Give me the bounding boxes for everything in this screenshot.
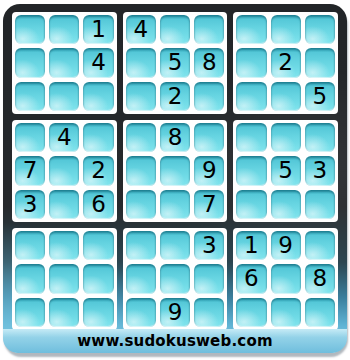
- cell-r4c9[interactable]: [305, 123, 335, 152]
- cell-r8c8[interactable]: [271, 264, 301, 293]
- cell-r4c2[interactable]: 4: [49, 123, 79, 152]
- cell-r9c5[interactable]: 9: [160, 298, 190, 327]
- cell-r5c1[interactable]: 7: [15, 156, 45, 185]
- cell-r6c1[interactable]: 3: [15, 190, 45, 219]
- cell-r1c7[interactable]: [236, 15, 266, 44]
- cell-r3c4[interactable]: [126, 82, 156, 111]
- cell-r9c6[interactable]: [194, 298, 224, 327]
- cell-r3c7[interactable]: [236, 82, 266, 111]
- cell-r2c6[interactable]: 8: [194, 48, 224, 77]
- cell-r4c4[interactable]: [126, 123, 156, 152]
- cell-r7c5[interactable]: [160, 231, 190, 260]
- cell-r7c8[interactable]: 9: [271, 231, 301, 260]
- cell-r9c1[interactable]: [15, 298, 45, 327]
- block-3-3: 1968: [233, 228, 338, 330]
- cell-r7c7[interactable]: 1: [236, 231, 266, 260]
- block-2-2: 897: [123, 120, 228, 222]
- cell-r5c6[interactable]: 9: [194, 156, 224, 185]
- cell-r9c8[interactable]: [271, 298, 301, 327]
- cell-r8c5[interactable]: [160, 264, 190, 293]
- cell-r1c3[interactable]: 1: [83, 15, 113, 44]
- cell-r7c9[interactable]: [305, 231, 335, 260]
- cell-r8c4[interactable]: [126, 264, 156, 293]
- cell-r1c2[interactable]: [49, 15, 79, 44]
- cell-r2c2[interactable]: [49, 48, 79, 77]
- cell-r6c2[interactable]: [49, 190, 79, 219]
- cell-r6c9[interactable]: [305, 190, 335, 219]
- block-3-1: [12, 228, 117, 330]
- cell-r6c4[interactable]: [126, 190, 156, 219]
- cell-r2c8[interactable]: 2: [271, 48, 301, 77]
- cell-r4c3[interactable]: [83, 123, 113, 152]
- cell-r6c8[interactable]: [271, 190, 301, 219]
- cell-r6c3[interactable]: 6: [83, 190, 113, 219]
- cell-r6c6[interactable]: 7: [194, 190, 224, 219]
- cell-r5c3[interactable]: 2: [83, 156, 113, 185]
- cell-r8c2[interactable]: [49, 264, 79, 293]
- cell-r7c4[interactable]: [126, 231, 156, 260]
- cell-r7c1[interactable]: [15, 231, 45, 260]
- sudoku-grid: 144582254723689753391968: [12, 12, 338, 330]
- cell-r7c2[interactable]: [49, 231, 79, 260]
- cell-r9c7[interactable]: [236, 298, 266, 327]
- block-1-2: 4582: [123, 12, 228, 114]
- cell-r2c5[interactable]: 5: [160, 48, 190, 77]
- cell-r5c4[interactable]: [126, 156, 156, 185]
- cell-r9c2[interactable]: [49, 298, 79, 327]
- cell-r5c2[interactable]: [49, 156, 79, 185]
- cell-r3c1[interactable]: [15, 82, 45, 111]
- block-3-2: 39: [123, 228, 228, 330]
- cell-r4c1[interactable]: [15, 123, 45, 152]
- block-1-1: 14: [12, 12, 117, 114]
- cell-r7c3[interactable]: [83, 231, 113, 260]
- cell-r1c6[interactable]: [194, 15, 224, 44]
- cell-r9c4[interactable]: [126, 298, 156, 327]
- cell-r2c7[interactable]: [236, 48, 266, 77]
- cell-r3c5[interactable]: 2: [160, 82, 190, 111]
- cell-r3c9[interactable]: 5: [305, 82, 335, 111]
- block-1-3: 25: [233, 12, 338, 114]
- cell-r1c1[interactable]: [15, 15, 45, 44]
- page: 144582254723689753391968 www.sudokusweb.…: [0, 0, 350, 360]
- cell-r6c7[interactable]: [236, 190, 266, 219]
- cell-r2c9[interactable]: [305, 48, 335, 77]
- cell-r5c9[interactable]: 3: [305, 156, 335, 185]
- cell-r6c5[interactable]: [160, 190, 190, 219]
- cell-r4c5[interactable]: 8: [160, 123, 190, 152]
- block-2-3: 53: [233, 120, 338, 222]
- sudoku-board-frame: 144582254723689753391968 www.sudokusweb.…: [3, 4, 347, 353]
- cell-r7c6[interactable]: 3: [194, 231, 224, 260]
- cell-r9c3[interactable]: [83, 298, 113, 327]
- cell-r3c6[interactable]: [194, 82, 224, 111]
- cell-r2c1[interactable]: [15, 48, 45, 77]
- cell-r2c4[interactable]: [126, 48, 156, 77]
- site-url[interactable]: www.sudokusweb.com: [77, 332, 272, 350]
- cell-r8c3[interactable]: [83, 264, 113, 293]
- footer-bar: www.sudokusweb.com: [3, 329, 347, 353]
- cell-r1c4[interactable]: 4: [126, 15, 156, 44]
- cell-r1c8[interactable]: [271, 15, 301, 44]
- cell-r3c8[interactable]: [271, 82, 301, 111]
- cell-r2c3[interactable]: 4: [83, 48, 113, 77]
- cell-r8c9[interactable]: 8: [305, 264, 335, 293]
- cell-r9c9[interactable]: [305, 298, 335, 327]
- cell-r4c6[interactable]: [194, 123, 224, 152]
- cell-r8c7[interactable]: 6: [236, 264, 266, 293]
- cell-r4c7[interactable]: [236, 123, 266, 152]
- cell-r5c5[interactable]: [160, 156, 190, 185]
- cell-r1c5[interactable]: [160, 15, 190, 44]
- cell-r3c3[interactable]: [83, 82, 113, 111]
- cell-r3c2[interactable]: [49, 82, 79, 111]
- cell-r8c1[interactable]: [15, 264, 45, 293]
- cell-r1c9[interactable]: [305, 15, 335, 44]
- cell-r5c7[interactable]: [236, 156, 266, 185]
- cell-r8c6[interactable]: [194, 264, 224, 293]
- block-2-1: 47236: [12, 120, 117, 222]
- cell-r5c8[interactable]: 5: [271, 156, 301, 185]
- cell-r4c8[interactable]: [271, 123, 301, 152]
